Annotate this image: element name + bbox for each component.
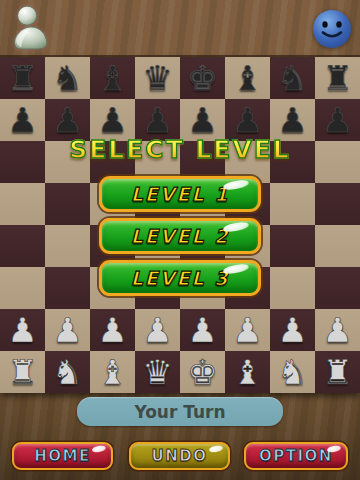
- square-b8[interactable]: ♞: [45, 57, 90, 99]
- option-button[interactable]: OPTION: [244, 442, 348, 470]
- square-e1[interactable]: ♚: [180, 351, 225, 393]
- piece-white-p[interactable]: ♟: [322, 309, 352, 351]
- piece-black-r[interactable]: ♜: [322, 57, 352, 99]
- gloss-highlight: [92, 445, 107, 453]
- piece-white-p[interactable]: ♟: [277, 309, 307, 351]
- piece-black-k[interactable]: ♚: [187, 57, 217, 99]
- square-a4[interactable]: [0, 225, 45, 267]
- square-g4[interactable]: [270, 225, 315, 267]
- gloss-highlight: [209, 445, 224, 453]
- square-a3[interactable]: [0, 267, 45, 309]
- chess-app-screen: ♜♞♝♛♚♝♞♜♟♟♟♟♟♟♟♟♟♟♟♟♟♟♟♟♜♞♝♛♚♝♞♜ SELECT …: [0, 0, 360, 480]
- square-g1[interactable]: ♞: [270, 351, 315, 393]
- square-a5[interactable]: [0, 183, 45, 225]
- square-h1[interactable]: ♜: [315, 351, 360, 393]
- undo-label: UNDO: [152, 447, 208, 465]
- square-g8[interactable]: ♞: [270, 57, 315, 99]
- square-c8[interactable]: ♝: [90, 57, 135, 99]
- square-d8[interactable]: ♛: [135, 57, 180, 99]
- piece-white-p[interactable]: ♟: [97, 309, 127, 351]
- square-a2[interactable]: ♟: [0, 309, 45, 351]
- square-f8[interactable]: ♝: [225, 57, 270, 99]
- piece-white-b[interactable]: ♝: [232, 351, 262, 393]
- square-c2[interactable]: ♟: [90, 309, 135, 351]
- option-label: OPTION: [259, 447, 333, 465]
- square-b5[interactable]: [45, 183, 90, 225]
- home-label: HOME: [34, 447, 90, 465]
- level-2-label: LEVEL 2: [131, 225, 230, 247]
- piece-white-b[interactable]: ♝: [97, 351, 127, 393]
- square-h2[interactable]: ♟: [315, 309, 360, 351]
- piece-black-n[interactable]: ♞: [277, 57, 307, 99]
- square-e8[interactable]: ♚: [180, 57, 225, 99]
- square-a8[interactable]: ♜: [0, 57, 45, 99]
- player-person-icon[interactable]: [12, 5, 50, 51]
- opponent-smiley-icon[interactable]: [312, 9, 352, 49]
- turn-status-bar: Your Turn: [77, 397, 283, 426]
- square-b3[interactable]: [45, 267, 90, 309]
- home-button[interactable]: HOME: [12, 442, 113, 470]
- piece-white-p[interactable]: ♟: [142, 309, 172, 351]
- square-h4[interactable]: [315, 225, 360, 267]
- piece-white-p[interactable]: ♟: [7, 309, 37, 351]
- square-b2[interactable]: ♟: [45, 309, 90, 351]
- piece-white-n[interactable]: ♞: [52, 351, 82, 393]
- square-c1[interactable]: ♝: [90, 351, 135, 393]
- square-h8[interactable]: ♜: [315, 57, 360, 99]
- piece-black-q[interactable]: ♛: [142, 57, 172, 99]
- level-1-button[interactable]: LEVEL 1: [99, 176, 261, 212]
- select-level-title: SELECT LEVEL: [0, 135, 360, 164]
- square-g5[interactable]: [270, 183, 315, 225]
- piece-white-p[interactable]: ♟: [187, 309, 217, 351]
- square-f2[interactable]: ♟: [225, 309, 270, 351]
- undo-button[interactable]: UNDO: [129, 442, 230, 470]
- square-d2[interactable]: ♟: [135, 309, 180, 351]
- piece-black-n[interactable]: ♞: [52, 57, 82, 99]
- piece-white-k[interactable]: ♚: [187, 351, 217, 393]
- piece-black-r[interactable]: ♜: [7, 57, 37, 99]
- level-3-label: LEVEL 3: [131, 267, 230, 289]
- square-f1[interactable]: ♝: [225, 351, 270, 393]
- turn-status-text: Your Turn: [134, 402, 225, 422]
- square-d1[interactable]: ♛: [135, 351, 180, 393]
- level-2-button[interactable]: LEVEL 2: [99, 218, 261, 254]
- square-b4[interactable]: [45, 225, 90, 267]
- square-h3[interactable]: [315, 267, 360, 309]
- piece-white-r[interactable]: ♜: [7, 351, 37, 393]
- piece-white-q[interactable]: ♛: [142, 351, 172, 393]
- piece-white-p[interactable]: ♟: [232, 309, 262, 351]
- square-h5[interactable]: [315, 183, 360, 225]
- piece-white-p[interactable]: ♟: [52, 309, 82, 351]
- square-a1[interactable]: ♜: [0, 351, 45, 393]
- level-1-label: LEVEL 1: [131, 183, 230, 205]
- level-3-button[interactable]: LEVEL 3: [99, 260, 261, 296]
- square-b1[interactable]: ♞: [45, 351, 90, 393]
- piece-black-b[interactable]: ♝: [232, 57, 262, 99]
- piece-black-b[interactable]: ♝: [97, 57, 127, 99]
- square-e2[interactable]: ♟: [180, 309, 225, 351]
- piece-white-n[interactable]: ♞: [277, 351, 307, 393]
- square-g3[interactable]: [270, 267, 315, 309]
- square-g2[interactable]: ♟: [270, 309, 315, 351]
- piece-white-r[interactable]: ♜: [322, 351, 352, 393]
